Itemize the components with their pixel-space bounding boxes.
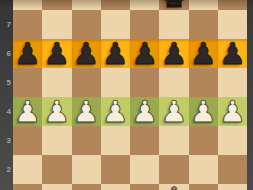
square-f7[interactable] [159,10,188,39]
square-g3[interactable] [189,126,218,155]
square-b1[interactable] [42,184,71,190]
square-g5[interactable] [189,68,218,97]
white-pawn-d4[interactable]: ♟ [101,97,130,126]
square-d7[interactable] [101,10,130,39]
square-c3[interactable] [72,126,101,155]
square-b4[interactable]: ♟ [42,97,71,126]
square-d1[interactable] [101,184,130,190]
white-pawn-b4[interactable]: ♟ [42,97,71,126]
square-a2[interactable] [13,155,42,184]
black-pawn-e6[interactable]: ♟ [130,39,159,68]
square-e4[interactable]: ♟ [130,97,159,126]
square-g1[interactable] [189,184,218,190]
square-f4[interactable]: ♟ [159,97,188,126]
rank-label-3: 3 [0,126,11,155]
square-c1[interactable] [72,184,101,190]
square-h1[interactable] [218,184,247,190]
square-b7[interactable] [42,10,71,39]
square-c2[interactable] [72,155,101,184]
square-e8[interactable] [130,0,159,10]
square-e3[interactable] [130,126,159,155]
square-a3[interactable] [13,126,42,155]
square-c7[interactable] [72,10,101,39]
board: ♚♟♟♟♟♟♟♟♟♟♟♟♟♟♟♟♟♚ [13,0,247,190]
black-pawn-b6[interactable]: ♟ [42,39,71,68]
black-king-f8[interactable]: ♚ [159,0,188,10]
square-c8[interactable] [72,0,101,10]
square-e2[interactable] [130,155,159,184]
white-pawn-h4[interactable]: ♟ [218,97,247,126]
black-pawn-h6[interactable]: ♟ [218,39,247,68]
rank-label-7: 7 [0,10,11,39]
white-pawn-c4[interactable]: ♟ [72,97,101,126]
board-right-frame [247,0,253,190]
square-f5[interactable] [159,68,188,97]
square-a4[interactable]: ♟ [13,97,42,126]
square-b3[interactable] [42,126,71,155]
square-e5[interactable] [130,68,159,97]
square-g8[interactable] [189,0,218,10]
square-g6[interactable]: ♟ [189,39,218,68]
square-e6[interactable]: ♟ [130,39,159,68]
square-b2[interactable] [42,155,71,184]
black-pawn-d6[interactable]: ♟ [101,39,130,68]
square-e7[interactable] [130,10,159,39]
rank-coordinate-strip: 765432 [0,0,13,190]
square-b6[interactable]: ♟ [42,39,71,68]
square-d4[interactable]: ♟ [101,97,130,126]
square-a8[interactable] [13,0,42,10]
rank-label-4: 4 [0,97,11,126]
square-b8[interactable] [42,0,71,10]
square-h5[interactable] [218,68,247,97]
white-pawn-g4[interactable]: ♟ [189,97,218,126]
white-pawn-e4[interactable]: ♟ [130,97,159,126]
white-pawn-f4[interactable]: ♟ [159,97,188,126]
rank-label-6: 6 [0,39,11,68]
square-a6[interactable]: ♟ [13,39,42,68]
square-c4[interactable]: ♟ [72,97,101,126]
square-h3[interactable] [218,126,247,155]
square-a5[interactable] [13,68,42,97]
chess-board-screen: ♚♟♟♟♟♟♟♟♟♟♟♟♟♟♟♟♟♚ 765432 [0,0,253,190]
white-king-f1[interactable]: ♚ [159,184,188,190]
black-pawn-c6[interactable]: ♟ [72,39,101,68]
square-f6[interactable]: ♟ [159,39,188,68]
square-f8[interactable]: ♚ [159,0,188,10]
black-pawn-f6[interactable]: ♟ [159,39,188,68]
rank-label-5: 5 [0,68,11,97]
square-c5[interactable] [72,68,101,97]
square-b5[interactable] [42,68,71,97]
square-d5[interactable] [101,68,130,97]
black-pawn-a6[interactable]: ♟ [13,39,42,68]
square-g7[interactable] [189,10,218,39]
square-d8[interactable] [101,0,130,10]
square-h7[interactable] [218,10,247,39]
square-h4[interactable]: ♟ [218,97,247,126]
white-pawn-a4[interactable]: ♟ [13,97,42,126]
square-h6[interactable]: ♟ [218,39,247,68]
square-g2[interactable] [189,155,218,184]
black-pawn-g6[interactable]: ♟ [189,39,218,68]
square-f1[interactable]: ♚ [159,184,188,190]
rank-label-2: 2 [0,155,11,184]
square-g4[interactable]: ♟ [189,97,218,126]
square-a7[interactable] [13,10,42,39]
square-h8[interactable] [218,0,247,10]
square-c6[interactable]: ♟ [72,39,101,68]
square-h2[interactable] [218,155,247,184]
square-f3[interactable] [159,126,188,155]
square-d6[interactable]: ♟ [101,39,130,68]
square-a1[interactable] [13,184,42,190]
square-d3[interactable] [101,126,130,155]
square-e1[interactable] [130,184,159,190]
square-d2[interactable] [101,155,130,184]
